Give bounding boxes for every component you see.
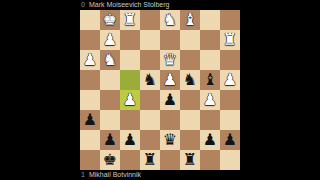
white-pawn: ♟ xyxy=(200,90,220,110)
chess-board[interactable]: ♚♜♞♝♟♜♟♞♛♞♟♞♝♟♟♟♟♟♟♟♛♟♟♚♜♜ xyxy=(80,10,240,170)
black-queen: ♛ xyxy=(160,130,180,150)
bottom-player-score: 1 xyxy=(81,170,85,180)
top-player-score: 0 xyxy=(81,0,85,10)
square-g5[interactable] xyxy=(100,90,120,110)
black-pawn: ♟ xyxy=(80,110,100,130)
square-d5[interactable]: ♟ xyxy=(160,90,180,110)
black-pawn: ♟ xyxy=(100,130,120,150)
white-bishop: ♝ xyxy=(180,10,200,30)
square-g4[interactable] xyxy=(100,70,120,90)
square-b6[interactable] xyxy=(200,110,220,130)
square-e2[interactable] xyxy=(140,30,160,50)
square-c1[interactable]: ♝ xyxy=(180,10,200,30)
square-d6[interactable] xyxy=(160,110,180,130)
black-rook: ♜ xyxy=(180,150,200,170)
square-f1[interactable]: ♜ xyxy=(120,10,140,30)
white-pawn: ♟ xyxy=(160,70,180,90)
square-a8[interactable] xyxy=(220,150,240,170)
square-d3[interactable]: ♛ xyxy=(160,50,180,70)
square-h2[interactable] xyxy=(80,30,100,50)
white-pawn: ♟ xyxy=(80,50,100,70)
square-h4[interactable] xyxy=(80,70,100,90)
square-e3[interactable] xyxy=(140,50,160,70)
square-b5[interactable]: ♟ xyxy=(200,90,220,110)
black-pawn: ♟ xyxy=(160,90,180,110)
square-f5[interactable]: ♟ xyxy=(120,90,140,110)
square-e4[interactable]: ♞ xyxy=(140,70,160,90)
black-knight: ♞ xyxy=(140,70,160,90)
white-queen: ♛ xyxy=(160,50,180,70)
white-knight: ♞ xyxy=(100,50,120,70)
black-pawn: ♟ xyxy=(220,130,240,150)
top-player-bar: 0 Mark Moiseevich Stolberg xyxy=(81,0,320,10)
square-a3[interactable] xyxy=(220,50,240,70)
square-e5[interactable] xyxy=(140,90,160,110)
square-d4[interactable]: ♟ xyxy=(160,70,180,90)
square-h5[interactable] xyxy=(80,90,100,110)
square-a5[interactable] xyxy=(220,90,240,110)
square-b4[interactable]: ♝ xyxy=(200,70,220,90)
white-rook: ♜ xyxy=(220,30,240,50)
square-f4[interactable] xyxy=(120,70,140,90)
white-pawn: ♟ xyxy=(100,30,120,50)
square-c5[interactable] xyxy=(180,90,200,110)
square-f3[interactable] xyxy=(120,50,140,70)
square-g3[interactable]: ♞ xyxy=(100,50,120,70)
black-pawn: ♟ xyxy=(120,130,140,150)
white-knight: ♞ xyxy=(160,10,180,30)
square-g1[interactable]: ♚ xyxy=(100,10,120,30)
bottom-player-bar: 1 Mikhail Botvinnik xyxy=(81,170,320,180)
square-g2[interactable]: ♟ xyxy=(100,30,120,50)
black-pawn: ♟ xyxy=(200,130,220,150)
square-e7[interactable] xyxy=(140,130,160,150)
square-b2[interactable] xyxy=(200,30,220,50)
square-g6[interactable] xyxy=(100,110,120,130)
square-d7[interactable]: ♛ xyxy=(160,130,180,150)
square-b7[interactable]: ♟ xyxy=(200,130,220,150)
square-d8[interactable] xyxy=(160,150,180,170)
square-f6[interactable] xyxy=(120,110,140,130)
square-b1[interactable] xyxy=(200,10,220,30)
square-g7[interactable]: ♟ xyxy=(100,130,120,150)
square-h3[interactable]: ♟ xyxy=(80,50,100,70)
square-f7[interactable]: ♟ xyxy=(120,130,140,150)
square-c4[interactable]: ♞ xyxy=(180,70,200,90)
square-b3[interactable] xyxy=(200,50,220,70)
square-h7[interactable] xyxy=(80,130,100,150)
square-f2[interactable] xyxy=(120,30,140,50)
bottom-player-name: Mikhail Botvinnik xyxy=(89,170,141,180)
square-a4[interactable]: ♟ xyxy=(220,70,240,90)
square-d2[interactable] xyxy=(160,30,180,50)
white-king: ♚ xyxy=(100,10,120,30)
square-h6[interactable]: ♟ xyxy=(80,110,100,130)
square-g8[interactable]: ♚ xyxy=(100,150,120,170)
top-player-name: Mark Moiseevich Stolberg xyxy=(89,0,170,10)
square-e1[interactable] xyxy=(140,10,160,30)
white-pawn: ♟ xyxy=(220,70,240,90)
square-h1[interactable] xyxy=(80,10,100,30)
square-e6[interactable] xyxy=(140,110,160,130)
square-a2[interactable]: ♜ xyxy=(220,30,240,50)
black-rook: ♜ xyxy=(140,150,160,170)
square-c3[interactable] xyxy=(180,50,200,70)
square-c8[interactable]: ♜ xyxy=(180,150,200,170)
square-a1[interactable] xyxy=(220,10,240,30)
white-pawn: ♟ xyxy=(120,90,140,110)
square-b8[interactable] xyxy=(200,150,220,170)
square-c6[interactable] xyxy=(180,110,200,130)
black-king: ♚ xyxy=(100,150,120,170)
square-a7[interactable]: ♟ xyxy=(220,130,240,150)
square-e8[interactable]: ♜ xyxy=(140,150,160,170)
black-bishop: ♝ xyxy=(200,70,220,90)
square-h8[interactable] xyxy=(80,150,100,170)
square-a6[interactable] xyxy=(220,110,240,130)
chess-app-window: 0 Mark Moiseevich Stolberg ♚♜♞♝♟♜♟♞♛♞♟♞♝… xyxy=(0,0,320,180)
black-knight: ♞ xyxy=(180,70,200,90)
square-c7[interactable] xyxy=(180,130,200,150)
square-f8[interactable] xyxy=(120,150,140,170)
square-d1[interactable]: ♞ xyxy=(160,10,180,30)
square-c2[interactable] xyxy=(180,30,200,50)
white-rook: ♜ xyxy=(120,10,140,30)
